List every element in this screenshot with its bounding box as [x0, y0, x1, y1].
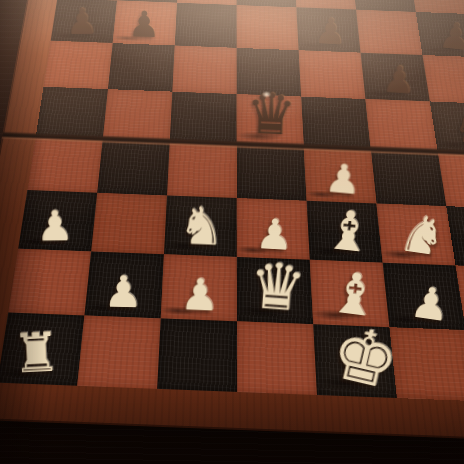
- square-a4[interactable]: [27, 136, 102, 192]
- square-e4[interactable]: ♟: [304, 147, 377, 204]
- square-b5[interactable]: [103, 89, 173, 141]
- square-b3[interactable]: [91, 193, 167, 254]
- square-c6[interactable]: [172, 45, 236, 94]
- piece-white-bishop-e3[interactable]: ♝: [322, 201, 377, 261]
- square-d7[interactable]: [237, 5, 299, 50]
- square-g4[interactable]: [438, 152, 464, 209]
- piece-black-pawn-a7[interactable]: ♟: [66, 4, 98, 40]
- piece-black-pawn-f6[interactable]: ♟: [381, 60, 417, 99]
- piece-white-pawn-a3[interactable]: ♟: [36, 205, 74, 247]
- board-stage: ♜♟♟♟♟♟♟♛♞♟♟♞♟♝♞♟♟♛♝♟♟♜♚: [0, 0, 464, 395]
- piece-white-pawn-b2[interactable]: ♟: [103, 269, 143, 314]
- square-c2[interactable]: ♟: [161, 254, 237, 321]
- square-b7[interactable]: ♟: [113, 0, 177, 45]
- square-f3[interactable]: ♞: [376, 203, 455, 265]
- square-d5[interactable]: ♛: [237, 94, 304, 146]
- square-f4[interactable]: [371, 149, 447, 206]
- piece-black-queen-d5[interactable]: ♛: [245, 86, 297, 144]
- square-a1[interactable]: ♜: [0, 313, 84, 386]
- piece-white-pawn-f2[interactable]: ♟: [408, 279, 453, 328]
- piece-black-pawn-b7[interactable]: ♟: [128, 6, 161, 42]
- square-b1[interactable]: [77, 316, 161, 389]
- square-c5[interactable]: [170, 92, 237, 144]
- square-a3[interactable]: ♟: [18, 190, 97, 251]
- square-e5[interactable]: [301, 97, 371, 150]
- square-c4[interactable]: [167, 141, 237, 198]
- square-g7[interactable]: ♟: [416, 12, 464, 57]
- square-e1[interactable]: ♚: [313, 324, 397, 398]
- piece-white-pawn-c2[interactable]: ♟: [179, 272, 220, 317]
- square-e3[interactable]: ♝: [307, 201, 383, 263]
- square-e7[interactable]: ♟: [296, 7, 360, 52]
- chess-photo-scene: ♜♟♟♟♟♟♟♛♞♟♟♞♟♝♞♟♟♛♝♟♟♜♚: [0, 0, 464, 464]
- square-b6[interactable]: [108, 43, 175, 91]
- square-b4[interactable]: [97, 139, 170, 196]
- square-f5[interactable]: [365, 99, 437, 152]
- chessboard: ♜♟♟♟♟♟♟♛♞♟♟♞♟♝♞♟♟♛♝♟♟♜♚: [0, 0, 464, 407]
- piece-black-pawn-g7[interactable]: ♟: [437, 17, 464, 56]
- piece-white-knight-c3[interactable]: ♞: [177, 200, 225, 254]
- piece-black-knight-g5[interactable]: ♞: [450, 100, 464, 153]
- square-c3[interactable]: ♞: [164, 195, 237, 257]
- square-f7[interactable]: [356, 10, 422, 55]
- board-tilt: ♜♟♟♟♟♟♟♛♞♟♟♞♟♝♞♟♟♛♝♟♟♜♚: [0, 0, 464, 407]
- square-d1[interactable]: [237, 321, 317, 395]
- piece-white-knight-f3[interactable]: ♞: [396, 206, 449, 264]
- piece-white-pawn-e4[interactable]: ♟: [323, 158, 362, 201]
- square-d4[interactable]: [237, 144, 307, 201]
- piece-black-pawn-e7[interactable]: ♟: [313, 13, 347, 50]
- square-g5[interactable]: ♞: [430, 101, 464, 154]
- square-c1[interactable]: [157, 318, 237, 391]
- piece-white-rook-a1[interactable]: ♜: [11, 326, 62, 382]
- piece-white-queen-d2[interactable]: ♛: [246, 254, 308, 322]
- square-a2[interactable]: [8, 249, 91, 316]
- piece-white-king-e1[interactable]: ♚: [324, 313, 405, 400]
